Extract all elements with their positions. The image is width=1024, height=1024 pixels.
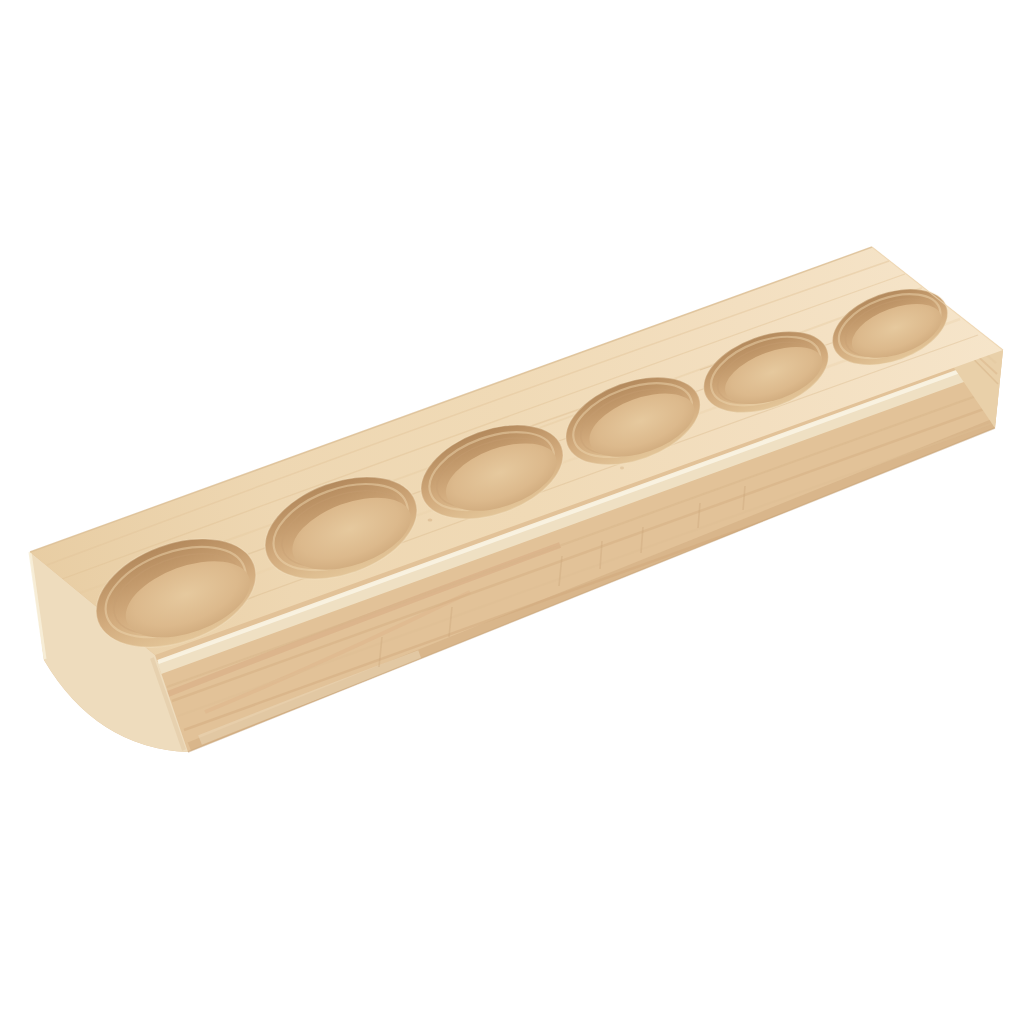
mancala-board-photo [0, 0, 1024, 1024]
